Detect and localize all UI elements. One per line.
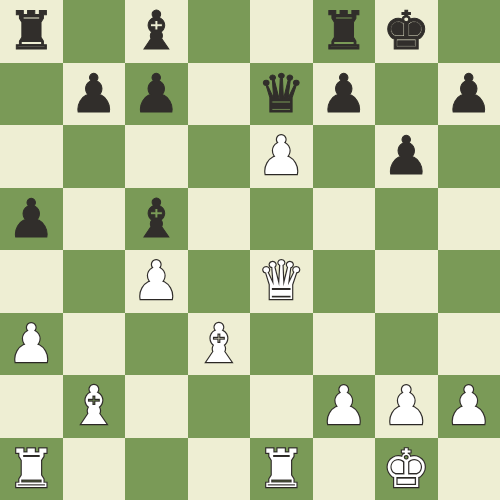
- square-g7[interactable]: [375, 63, 438, 126]
- square-f6[interactable]: [313, 125, 376, 188]
- square-d3[interactable]: ♝: [188, 313, 251, 376]
- square-c5[interactable]: ♝: [125, 188, 188, 251]
- square-b1[interactable]: [63, 438, 126, 500]
- square-g6[interactable]: ♟: [375, 125, 438, 188]
- square-d2[interactable]: [188, 375, 251, 438]
- black-bishop[interactable]: ♝: [132, 188, 180, 251]
- black-pawn[interactable]: ♟: [132, 63, 180, 126]
- square-g3[interactable]: [375, 313, 438, 376]
- black-pawn[interactable]: ♟: [320, 63, 368, 126]
- black-pawn[interactable]: ♟: [382, 125, 430, 188]
- square-b3[interactable]: [63, 313, 126, 376]
- square-a2[interactable]: [0, 375, 63, 438]
- square-h2[interactable]: ♟: [438, 375, 500, 438]
- square-e1[interactable]: ♜: [250, 438, 313, 500]
- square-h1[interactable]: [438, 438, 500, 500]
- square-b5[interactable]: [63, 188, 126, 251]
- square-a7[interactable]: [0, 63, 63, 126]
- square-c7[interactable]: ♟: [125, 63, 188, 126]
- square-h4[interactable]: [438, 250, 500, 313]
- square-h7[interactable]: ♟: [438, 63, 500, 126]
- square-b8[interactable]: [63, 0, 126, 63]
- square-f8[interactable]: ♜: [313, 0, 376, 63]
- square-f4[interactable]: [313, 250, 376, 313]
- square-f7[interactable]: ♟: [313, 63, 376, 126]
- white-king[interactable]: ♚: [382, 438, 430, 500]
- square-c1[interactable]: [125, 438, 188, 500]
- black-rook[interactable]: ♜: [320, 0, 368, 63]
- square-e8[interactable]: [250, 0, 313, 63]
- square-e7[interactable]: ♛: [250, 63, 313, 126]
- white-pawn[interactable]: ♟: [382, 375, 430, 438]
- square-c6[interactable]: [125, 125, 188, 188]
- white-pawn[interactable]: ♟: [7, 313, 55, 376]
- square-a8[interactable]: ♜: [0, 0, 63, 63]
- black-pawn[interactable]: ♟: [7, 188, 55, 251]
- square-a1[interactable]: ♜: [0, 438, 63, 500]
- square-g5[interactable]: [375, 188, 438, 251]
- square-c8[interactable]: ♝: [125, 0, 188, 63]
- square-g1[interactable]: ♚: [375, 438, 438, 500]
- square-g4[interactable]: [375, 250, 438, 313]
- white-pawn[interactable]: ♟: [320, 375, 368, 438]
- square-c3[interactable]: [125, 313, 188, 376]
- square-e6[interactable]: ♟: [250, 125, 313, 188]
- black-queen[interactable]: ♛: [257, 63, 305, 126]
- white-pawn[interactable]: ♟: [445, 375, 493, 438]
- square-e5[interactable]: [250, 188, 313, 251]
- square-f5[interactable]: [313, 188, 376, 251]
- square-d7[interactable]: [188, 63, 251, 126]
- chess-board: ♜♝♜♚♟♟♛♟♟♟♟♟♝♟♛♟♝♝♟♟♟♜♜♚: [0, 0, 500, 500]
- square-h5[interactable]: [438, 188, 500, 251]
- square-b7[interactable]: ♟: [63, 63, 126, 126]
- white-bishop[interactable]: ♝: [70, 375, 118, 438]
- square-g8[interactable]: ♚: [375, 0, 438, 63]
- square-f2[interactable]: ♟: [313, 375, 376, 438]
- square-b4[interactable]: [63, 250, 126, 313]
- square-d4[interactable]: [188, 250, 251, 313]
- square-d6[interactable]: [188, 125, 251, 188]
- square-a6[interactable]: [0, 125, 63, 188]
- black-rook[interactable]: ♜: [7, 0, 55, 63]
- square-d8[interactable]: [188, 0, 251, 63]
- white-pawn[interactable]: ♟: [257, 125, 305, 188]
- black-pawn[interactable]: ♟: [70, 63, 118, 126]
- square-h8[interactable]: [438, 0, 500, 63]
- square-a3[interactable]: ♟: [0, 313, 63, 376]
- square-c4[interactable]: ♟: [125, 250, 188, 313]
- white-pawn[interactable]: ♟: [132, 250, 180, 313]
- white-rook[interactable]: ♜: [257, 438, 305, 500]
- square-f1[interactable]: [313, 438, 376, 500]
- square-a4[interactable]: [0, 250, 63, 313]
- square-h6[interactable]: [438, 125, 500, 188]
- square-b6[interactable]: [63, 125, 126, 188]
- square-f3[interactable]: [313, 313, 376, 376]
- white-bishop[interactable]: ♝: [195, 313, 243, 376]
- black-pawn[interactable]: ♟: [445, 63, 493, 126]
- square-h3[interactable]: [438, 313, 500, 376]
- white-queen[interactable]: ♛: [257, 250, 305, 313]
- square-e3[interactable]: [250, 313, 313, 376]
- square-a5[interactable]: ♟: [0, 188, 63, 251]
- black-bishop[interactable]: ♝: [132, 0, 180, 63]
- square-d5[interactable]: [188, 188, 251, 251]
- white-rook[interactable]: ♜: [7, 438, 55, 500]
- square-e4[interactable]: ♛: [250, 250, 313, 313]
- square-b2[interactable]: ♝: [63, 375, 126, 438]
- square-e2[interactable]: [250, 375, 313, 438]
- square-g2[interactable]: ♟: [375, 375, 438, 438]
- square-c2[interactable]: [125, 375, 188, 438]
- black-king[interactable]: ♚: [382, 0, 430, 63]
- square-d1[interactable]: [188, 438, 251, 500]
